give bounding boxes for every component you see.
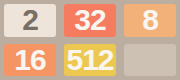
- tile-16: 16: [4, 44, 56, 77]
- empty-cell: [124, 44, 176, 77]
- tile-512: 512: [64, 44, 116, 77]
- tile-2: 2: [4, 4, 56, 37]
- tile-32: 32: [64, 4, 116, 37]
- 2048-board[interactable]: 2 32 8 16 512: [0, 0, 180, 80]
- tile-8: 8: [124, 4, 176, 37]
